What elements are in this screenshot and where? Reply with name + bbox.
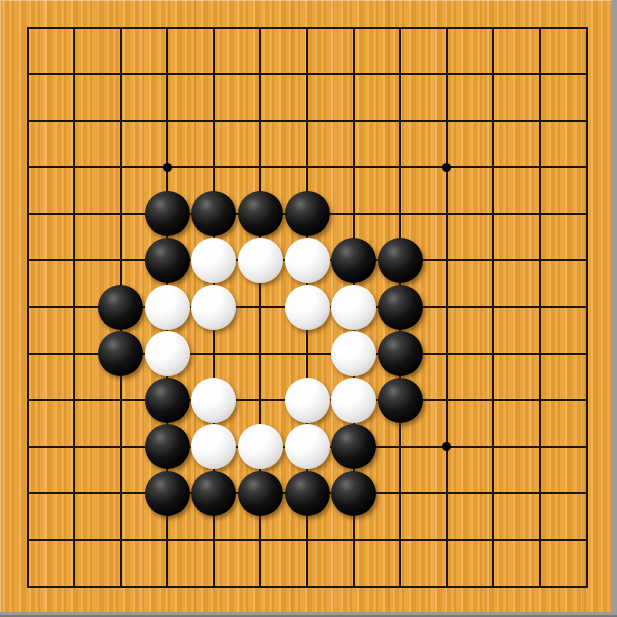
black-stone-H4[interactable] xyxy=(331,424,376,469)
black-stone-J8[interactable] xyxy=(378,238,423,283)
black-stone-G3[interactable] xyxy=(285,471,330,516)
grid-line-vertical-10 xyxy=(492,27,494,588)
black-stone-E3[interactable] xyxy=(191,471,236,516)
white-stone-E4[interactable] xyxy=(191,424,236,469)
black-stone-G9[interactable] xyxy=(285,191,330,236)
black-stone-C7[interactable] xyxy=(98,285,143,330)
black-stone-J6[interactable] xyxy=(378,331,423,376)
grid-line-vertical-9 xyxy=(446,27,448,588)
white-stone-F4[interactable] xyxy=(238,424,283,469)
black-stone-D9[interactable] xyxy=(145,191,190,236)
white-stone-G7[interactable] xyxy=(285,285,330,330)
black-stone-D8[interactable] xyxy=(145,238,190,283)
black-stone-H8[interactable] xyxy=(331,238,376,283)
star-point-9-3 xyxy=(442,163,451,172)
white-stone-H5[interactable] xyxy=(331,378,376,423)
black-stone-F3[interactable] xyxy=(238,471,283,516)
white-stone-E8[interactable] xyxy=(191,238,236,283)
black-stone-H3[interactable] xyxy=(331,471,376,516)
star-point-3-3 xyxy=(163,163,172,172)
black-stone-C6[interactable] xyxy=(98,331,143,376)
grid-line-horizontal-12 xyxy=(27,586,588,588)
black-stone-D3[interactable] xyxy=(145,471,190,516)
black-stone-J7[interactable] xyxy=(378,285,423,330)
white-stone-G5[interactable] xyxy=(285,378,330,423)
white-stone-G4[interactable] xyxy=(285,424,330,469)
white-stone-H7[interactable] xyxy=(331,285,376,330)
white-stone-F8[interactable] xyxy=(238,238,283,283)
black-stone-J5[interactable] xyxy=(378,378,423,423)
black-stone-D4[interactable] xyxy=(145,424,190,469)
white-stone-G8[interactable] xyxy=(285,238,330,283)
go-board[interactable] xyxy=(0,0,612,612)
white-stone-E7[interactable] xyxy=(191,285,236,330)
go-board-screenshot xyxy=(0,0,617,617)
grid-line-horizontal-11 xyxy=(27,539,588,541)
white-stone-D7[interactable] xyxy=(145,285,190,330)
white-stone-H6[interactable] xyxy=(331,331,376,376)
star-point-9-9 xyxy=(442,442,451,451)
black-stone-F9[interactable] xyxy=(238,191,283,236)
grid-line-vertical-11 xyxy=(539,27,541,588)
white-stone-E5[interactable] xyxy=(191,378,236,423)
black-stone-E9[interactable] xyxy=(191,191,236,236)
grid-line-vertical-12 xyxy=(586,27,588,588)
white-stone-D6[interactable] xyxy=(145,331,190,376)
black-stone-D5[interactable] xyxy=(145,378,190,423)
